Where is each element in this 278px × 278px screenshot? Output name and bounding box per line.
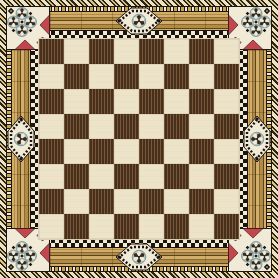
square-f2[interactable]: [164, 189, 189, 214]
square-f8[interactable]: [164, 39, 189, 64]
square-c8[interactable]: [89, 39, 114, 64]
square-e7[interactable]: [139, 64, 164, 89]
square-c3[interactable]: [89, 164, 114, 189]
square-a4[interactable]: [39, 139, 64, 164]
square-b1[interactable]: [64, 214, 89, 239]
square-a6[interactable]: [39, 89, 64, 114]
square-g7[interactable]: [189, 64, 214, 89]
square-b5[interactable]: [64, 114, 89, 139]
square-a2[interactable]: [39, 189, 64, 214]
square-d8[interactable]: [114, 39, 139, 64]
square-a5[interactable]: [39, 114, 64, 139]
square-g5[interactable]: [189, 114, 214, 139]
square-b8[interactable]: [64, 39, 89, 64]
square-h2[interactable]: [214, 189, 239, 214]
square-g8[interactable]: [189, 39, 214, 64]
square-d6[interactable]: [114, 89, 139, 114]
square-d1[interactable]: [114, 214, 139, 239]
square-e3[interactable]: [139, 164, 164, 189]
square-e2[interactable]: [139, 189, 164, 214]
square-b4[interactable]: [64, 139, 89, 164]
square-g3[interactable]: [189, 164, 214, 189]
chessboard-frame: [0, 0, 278, 278]
square-h5[interactable]: [214, 114, 239, 139]
square-c2[interactable]: [89, 189, 114, 214]
edge-medallion-top: [115, 7, 163, 35]
square-b7[interactable]: [64, 64, 89, 89]
square-h7[interactable]: [214, 64, 239, 89]
square-b3[interactable]: [64, 164, 89, 189]
square-g1[interactable]: [189, 214, 214, 239]
square-h3[interactable]: [214, 164, 239, 189]
square-e5[interactable]: [139, 114, 164, 139]
square-e8[interactable]: [139, 39, 164, 64]
square-a3[interactable]: [39, 164, 64, 189]
square-f3[interactable]: [164, 164, 189, 189]
square-f6[interactable]: [164, 89, 189, 114]
square-g4[interactable]: [189, 139, 214, 164]
square-f7[interactable]: [164, 64, 189, 89]
square-f1[interactable]: [164, 214, 189, 239]
square-c6[interactable]: [89, 89, 114, 114]
square-e6[interactable]: [139, 89, 164, 114]
square-h8[interactable]: [214, 39, 239, 64]
square-g6[interactable]: [189, 89, 214, 114]
square-a7[interactable]: [39, 64, 64, 89]
square-c4[interactable]: [89, 139, 114, 164]
square-h4[interactable]: [214, 139, 239, 164]
square-d7[interactable]: [114, 64, 139, 89]
square-b2[interactable]: [64, 189, 89, 214]
square-d3[interactable]: [114, 164, 139, 189]
square-d4[interactable]: [114, 139, 139, 164]
square-a1[interactable]: [39, 214, 64, 239]
square-a8[interactable]: [39, 39, 64, 64]
square-h6[interactable]: [214, 89, 239, 114]
square-d5[interactable]: [114, 114, 139, 139]
square-b6[interactable]: [64, 89, 89, 114]
edge-medallion-bottom: [115, 243, 163, 271]
square-e1[interactable]: [139, 214, 164, 239]
edge-medallion-right: [243, 115, 271, 163]
square-f4[interactable]: [164, 139, 189, 164]
square-d2[interactable]: [114, 189, 139, 214]
square-f5[interactable]: [164, 114, 189, 139]
square-e4[interactable]: [139, 139, 164, 164]
square-g2[interactable]: [189, 189, 214, 214]
edge-medallion-left: [7, 115, 35, 163]
square-c1[interactable]: [89, 214, 114, 239]
square-c7[interactable]: [89, 64, 114, 89]
chess-board: [39, 39, 239, 239]
square-c5[interactable]: [89, 114, 114, 139]
square-h1[interactable]: [214, 214, 239, 239]
